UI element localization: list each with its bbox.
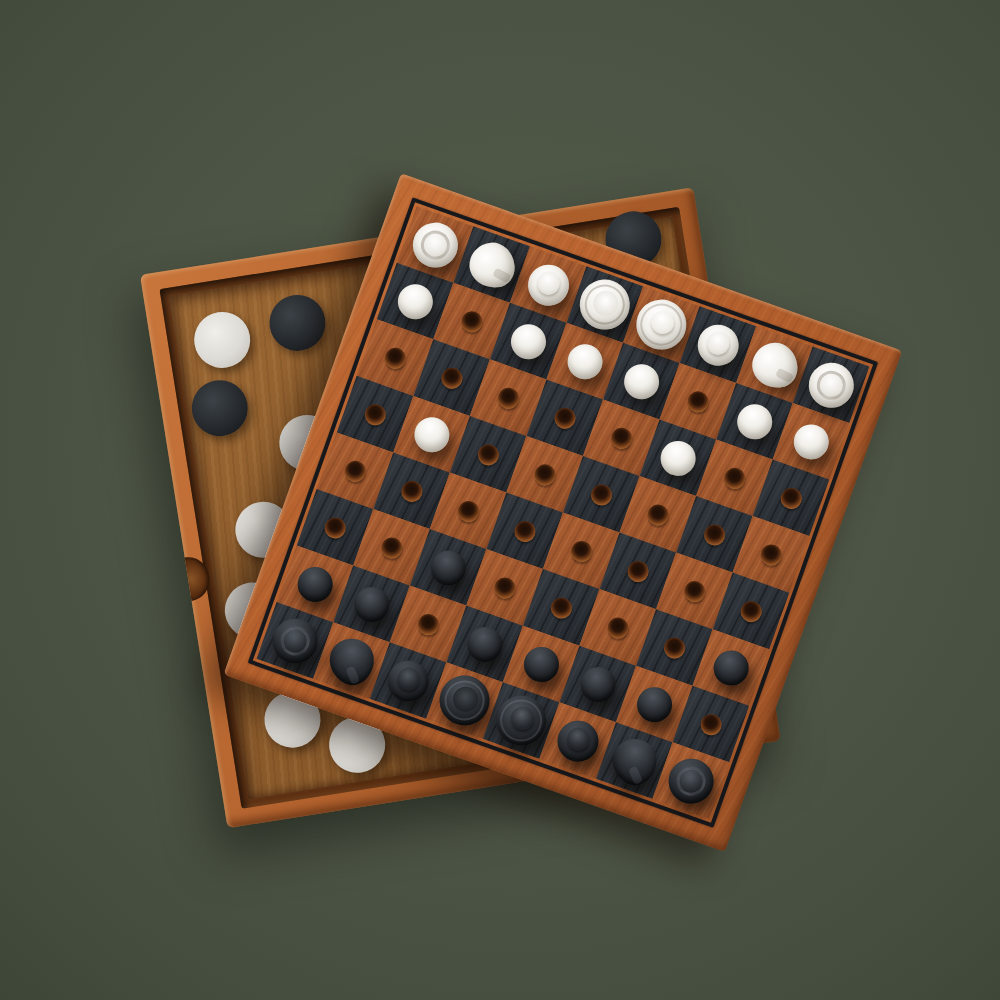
black-king-e8[interactable]: ♚: [489, 689, 553, 753]
black-pawn-glyph: ♟: [632, 682, 677, 727]
white-pawn-glyph: ♙: [789, 419, 834, 464]
white-queen-glyph: ♕: [573, 273, 637, 337]
peg-hole: [721, 464, 748, 491]
white-knight-glyph: ♘: [750, 340, 798, 388]
white-pawn-glyph: ♙: [393, 279, 438, 324]
white-pawn-d2[interactable]: ♙: [562, 339, 607, 384]
white-pawn-glyph: ♙: [655, 435, 700, 480]
white-rook-glyph: ♖: [406, 216, 463, 273]
black-pawn-glyph: ♟: [293, 561, 338, 606]
white-pawn-b4[interactable]: ♙: [409, 412, 454, 457]
white-rook-a1[interactable]: ♖: [406, 216, 463, 273]
white-pawn-glyph: ♙: [506, 319, 551, 364]
peg-hole: [758, 541, 785, 568]
peg-hole: [778, 484, 805, 511]
peg-hole: [684, 388, 711, 415]
black-king-glyph: ♚: [489, 689, 553, 753]
black-bishop-c8[interactable]: ♝: [382, 654, 434, 706]
black-bishop-glyph: ♝: [552, 714, 604, 766]
peg-hole: [568, 537, 595, 564]
white-king-e1[interactable]: ♔: [629, 293, 693, 357]
white-bishop-glyph: ♗: [522, 258, 574, 310]
peg-hole: [455, 497, 482, 524]
peg-hole: [475, 441, 502, 468]
white-bishop-glyph: ♗: [692, 318, 744, 370]
black-knight-glyph: ♞: [603, 729, 666, 792]
black-rook-glyph: ♜: [266, 612, 323, 669]
black-pawn-glyph: ♟: [575, 662, 620, 707]
black-rook-glyph: ♜: [662, 752, 719, 809]
black-rook-h8[interactable]: ♜: [662, 752, 719, 809]
scene-overhead-chess-set: ♖♘♗♕♔♗♘♖♙♙♙♙♙♙♙♙♟♟♟♟♟♟♟♟♜♞♝♛♚♝♞♜: [0, 0, 1000, 1000]
black-pawn-d7[interactable]: ♟: [462, 622, 507, 667]
black-pawn-glyph: ♟: [462, 622, 507, 667]
white-pawn-a2[interactable]: ♙: [393, 279, 438, 324]
black-rook-a8[interactable]: ♜: [266, 612, 323, 669]
black-pawn-f7[interactable]: ♟: [575, 662, 620, 707]
peg-hole: [551, 404, 578, 431]
white-bishop-f1[interactable]: ♗: [692, 318, 744, 370]
peg-hole: [415, 610, 442, 637]
white-pawn-e2[interactable]: ♙: [619, 359, 664, 404]
black-knight-b8[interactable]: ♞: [320, 629, 383, 692]
peg-hole: [737, 598, 764, 625]
white-pawn-glyph: ♙: [619, 359, 664, 404]
black-queen-d8[interactable]: ♛: [433, 669, 497, 733]
white-knight-b1[interactable]: ♘: [467, 240, 515, 288]
black-pawn-glyph: ♟: [349, 582, 394, 627]
black-knight-glyph: ♞: [320, 629, 383, 692]
peg-hole: [398, 477, 425, 504]
white-pawn-glyph: ♙: [409, 412, 454, 457]
white-pawn-glyph: ♙: [562, 339, 607, 384]
black-pawn-a7[interactable]: ♟: [293, 561, 338, 606]
white-pawn-glyph: ♙: [732, 399, 777, 444]
white-pawn-g2[interactable]: ♙: [732, 399, 777, 444]
peg-hole: [644, 501, 671, 528]
white-rook-h1[interactable]: ♖: [802, 356, 859, 413]
black-bishop-glyph: ♝: [382, 654, 434, 706]
white-rook-glyph: ♖: [802, 356, 859, 413]
black-pawn-e7[interactable]: ♟: [519, 642, 564, 687]
peg-hole: [697, 711, 724, 738]
black-bishop-f8[interactable]: ♝: [552, 714, 604, 766]
peg-hole: [322, 514, 349, 541]
peg-hole: [681, 577, 708, 604]
peg-hole: [661, 634, 688, 661]
peg-hole: [608, 424, 635, 451]
peg-hole: [362, 401, 389, 428]
peg-hole: [604, 614, 631, 641]
peg-hole: [495, 384, 522, 411]
black-pawn-glyph: ♟: [709, 645, 754, 690]
white-pawn-f3[interactable]: ♙: [655, 435, 700, 480]
peg-hole: [342, 457, 369, 484]
peg-hole: [701, 521, 728, 548]
black-pawn-g7[interactable]: ♟: [632, 682, 677, 727]
peg-hole: [548, 594, 575, 621]
white-pawn-h2[interactable]: ♙: [789, 419, 834, 464]
black-pawn-b7[interactable]: ♟: [349, 582, 394, 627]
black-pawn-h6[interactable]: ♟: [709, 645, 754, 690]
peg-hole: [531, 461, 558, 488]
peg-hole: [438, 364, 465, 391]
peg-hole: [624, 557, 651, 584]
white-bishop-c1[interactable]: ♗: [522, 258, 574, 310]
peg-hole: [382, 344, 409, 371]
white-pawn-c2[interactable]: ♙: [506, 319, 551, 364]
black-knight-g8[interactable]: ♞: [603, 729, 666, 792]
black-queen-glyph: ♛: [433, 669, 497, 733]
peg-hole: [378, 534, 405, 561]
peg-hole: [511, 517, 538, 544]
white-king-glyph: ♔: [629, 293, 693, 357]
white-knight-g1[interactable]: ♘: [750, 340, 798, 388]
white-queen-d1[interactable]: ♕: [573, 273, 637, 337]
black-pawn-glyph: ♟: [519, 642, 564, 687]
black-pawn-glyph: ♟: [426, 545, 471, 590]
white-knight-glyph: ♘: [467, 240, 515, 288]
peg-hole: [458, 308, 485, 335]
black-pawn-c6[interactable]: ♟: [426, 545, 471, 590]
peg-hole: [491, 574, 518, 601]
peg-hole: [588, 481, 615, 508]
